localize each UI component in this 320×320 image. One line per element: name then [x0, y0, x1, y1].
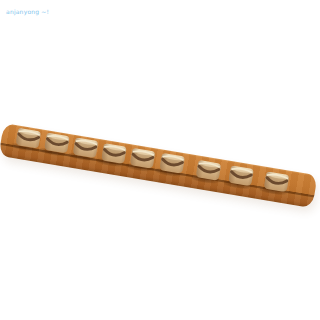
wooden-roller-rack	[0, 123, 318, 208]
product-photo: anjanyong ~!	[0, 0, 320, 320]
roller-slot-2	[43, 131, 71, 155]
roller-slot-6	[158, 152, 186, 176]
roller-slot-1	[14, 126, 42, 150]
roller-slot-3	[72, 136, 100, 160]
roller-slot-4	[100, 141, 128, 165]
roller-slot-9	[263, 170, 291, 194]
seller-watermark: anjanyong ~!	[6, 8, 49, 15]
roller-slot-8	[227, 164, 255, 188]
roller-slot-5	[129, 146, 157, 170]
roller-slot-7	[195, 158, 223, 182]
